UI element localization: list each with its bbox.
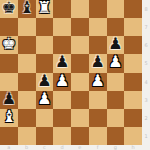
square-f7[interactable] xyxy=(89,18,107,36)
square-a7[interactable] xyxy=(0,18,18,36)
square-c6[interactable] xyxy=(36,36,54,54)
square-g4[interactable] xyxy=(107,73,125,91)
rank-label-5: 5 xyxy=(142,54,150,72)
square-b4[interactable] xyxy=(18,73,36,91)
square-a4[interactable] xyxy=(0,73,18,91)
black-pawn-icon[interactable]: ♟ xyxy=(2,91,16,107)
square-d7[interactable] xyxy=(53,18,71,36)
square-b8[interactable]: ♝ xyxy=(18,0,36,18)
rank-label-1: 1 xyxy=(142,127,150,145)
rank-label-7: 7 xyxy=(142,18,150,36)
square-b5[interactable] xyxy=(18,54,36,72)
square-h7[interactable] xyxy=(124,18,142,36)
rank-label-4: 4 xyxy=(142,73,150,91)
file-label-f: f xyxy=(89,145,107,150)
square-g3[interactable] xyxy=(107,91,125,109)
black-pawn-icon[interactable]: ♟ xyxy=(90,54,104,70)
square-h6[interactable] xyxy=(124,36,142,54)
black-king-icon[interactable]: ♚ xyxy=(2,0,16,16)
white-rook-icon[interactable]: ♜ xyxy=(37,0,51,16)
file-label-e: e xyxy=(71,145,89,150)
square-g7[interactable] xyxy=(107,18,125,36)
square-c1[interactable] xyxy=(36,127,54,145)
square-d8[interactable] xyxy=(53,0,71,18)
black-pawn-icon[interactable]: ♟ xyxy=(108,36,122,52)
square-f1[interactable] xyxy=(89,127,107,145)
square-g1[interactable] xyxy=(107,127,125,145)
white-pawn-icon[interactable]: ♟ xyxy=(55,73,69,89)
square-a5[interactable] xyxy=(0,54,18,72)
square-b1[interactable] xyxy=(18,127,36,145)
square-b7[interactable] xyxy=(18,18,36,36)
square-e8[interactable] xyxy=(71,0,89,18)
square-g8[interactable] xyxy=(107,0,125,18)
rank-label-6: 6 xyxy=(142,36,150,54)
square-e6[interactable] xyxy=(71,36,89,54)
square-e3[interactable] xyxy=(71,91,89,109)
square-f5[interactable]: ♟ xyxy=(89,54,107,72)
black-pawn-icon[interactable]: ♟ xyxy=(55,54,69,70)
square-g5[interactable]: ♟ xyxy=(107,54,125,72)
white-pawn-icon[interactable]: ♟ xyxy=(37,91,51,107)
square-h2[interactable] xyxy=(124,109,142,127)
square-a6[interactable]: ♚ xyxy=(0,36,18,54)
square-e2[interactable] xyxy=(71,109,89,127)
rank-labels: 87654321 xyxy=(142,0,150,145)
square-d4[interactable]: ♟ xyxy=(53,73,71,91)
square-e7[interactable] xyxy=(71,18,89,36)
square-e5[interactable] xyxy=(71,54,89,72)
file-label-g: g xyxy=(107,145,125,150)
square-c3[interactable]: ♟ xyxy=(36,91,54,109)
square-e1[interactable] xyxy=(71,127,89,145)
rank-label-3: 3 xyxy=(142,91,150,109)
square-d1[interactable] xyxy=(53,127,71,145)
square-c7[interactable] xyxy=(36,18,54,36)
white-king-icon[interactable]: ♚ xyxy=(2,36,16,52)
square-h1[interactable] xyxy=(124,127,142,145)
square-h5[interactable] xyxy=(124,54,142,72)
square-a3[interactable]: ♟ xyxy=(0,91,18,109)
square-a8[interactable]: ♚ xyxy=(0,0,18,18)
square-b6[interactable] xyxy=(18,36,36,54)
square-f3[interactable] xyxy=(89,91,107,109)
file-label-h: h xyxy=(124,145,142,150)
chess-board: ♚♝♜♚♟♟♟♟♟♟♟♟♟♝ xyxy=(0,0,142,145)
square-c8[interactable]: ♜ xyxy=(36,0,54,18)
square-h3[interactable] xyxy=(124,91,142,109)
square-f2[interactable] xyxy=(89,109,107,127)
black-pawn-icon[interactable]: ♟ xyxy=(37,73,51,89)
square-g2[interactable] xyxy=(107,109,125,127)
rank-label-2: 2 xyxy=(142,109,150,127)
square-d3[interactable] xyxy=(53,91,71,109)
square-c2[interactable] xyxy=(36,109,54,127)
white-pawn-icon[interactable]: ♟ xyxy=(90,73,104,89)
square-b2[interactable] xyxy=(18,109,36,127)
file-label-d: d xyxy=(53,145,71,150)
square-h4[interactable] xyxy=(124,73,142,91)
square-c5[interactable] xyxy=(36,54,54,72)
rank-label-8: 8 xyxy=(142,0,150,18)
file-label-a: a xyxy=(0,145,18,150)
white-pawn-icon[interactable]: ♟ xyxy=(108,54,122,70)
square-h8[interactable] xyxy=(124,0,142,18)
file-label-b: b xyxy=(18,145,36,150)
square-f6[interactable] xyxy=(89,36,107,54)
square-f8[interactable] xyxy=(89,0,107,18)
square-e4[interactable] xyxy=(71,73,89,91)
square-d2[interactable] xyxy=(53,109,71,127)
file-label-c: c xyxy=(36,145,54,150)
square-f4[interactable]: ♟ xyxy=(89,73,107,91)
chess-thumbnail: ♚♝♜♚♟♟♟♟♟♟♟♟♟♝ abcdefgh 87654321 xyxy=(0,0,150,150)
file-labels: abcdefgh xyxy=(0,145,142,150)
square-d5[interactable]: ♟ xyxy=(53,54,71,72)
square-b3[interactable] xyxy=(18,91,36,109)
square-a2[interactable]: ♝ xyxy=(0,109,18,127)
black-bishop-icon[interactable]: ♝ xyxy=(19,0,33,16)
square-c4[interactable]: ♟ xyxy=(36,73,54,91)
square-g6[interactable]: ♟ xyxy=(107,36,125,54)
square-d6[interactable] xyxy=(53,36,71,54)
square-a1[interactable] xyxy=(0,127,18,145)
white-bishop-icon[interactable]: ♝ xyxy=(2,109,16,125)
